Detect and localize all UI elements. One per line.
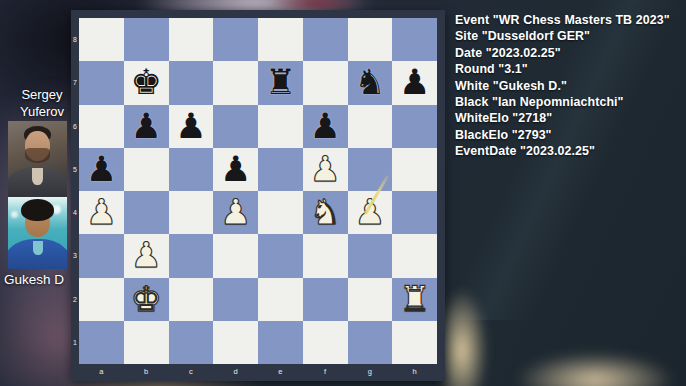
pgn-metadata-panel: Event "WR Chess Masters TB 2023" Site "D…	[455, 12, 683, 160]
file-label-c: c	[169, 364, 214, 381]
pgn-event: Event "WR Chess Masters TB 2023"	[455, 12, 683, 28]
piece-white-rook: ♜	[399, 278, 430, 321]
avatar-beard	[25, 148, 50, 163]
square-h5[interactable]	[392, 148, 437, 191]
player-name-top: Sergey Yuferov	[0, 86, 84, 120]
piece-black-pawn: ♟	[220, 148, 251, 191]
square-a8[interactable]	[79, 18, 124, 61]
rank-label-3: 3	[71, 234, 79, 277]
player-name-top-line1: Sergey	[0, 86, 84, 103]
square-h8[interactable]	[392, 18, 437, 61]
piece-black-rook: ♜	[265, 61, 296, 104]
square-a6[interactable]	[79, 105, 124, 148]
square-b1[interactable]	[124, 321, 169, 364]
file-label-b: b	[124, 364, 169, 381]
square-f6[interactable]: ♟	[303, 105, 348, 148]
piece-black-pawn: ♟	[130, 105, 161, 148]
piece-white-king: ♚	[130, 278, 161, 321]
square-e8[interactable]	[258, 18, 303, 61]
file-label-d: d	[213, 364, 258, 381]
pgn-whiteelo: WhiteElo "2718"	[455, 110, 683, 126]
square-f8[interactable]	[303, 18, 348, 61]
square-d7[interactable]	[213, 61, 258, 104]
square-h2[interactable]: ♜	[392, 278, 437, 321]
file-labels: abcdefgh	[79, 364, 437, 381]
player-photo-top	[8, 121, 67, 197]
pgn-black: Black "Ian Nepomniachtchi"	[455, 94, 683, 110]
square-d5[interactable]: ♟	[213, 148, 258, 191]
square-h7[interactable]: ♟	[392, 61, 437, 104]
square-h4[interactable]	[392, 191, 437, 234]
piece-black-pawn: ♟	[399, 61, 430, 104]
piece-white-pawn: ♟	[130, 234, 161, 277]
file-label-g: g	[348, 364, 393, 381]
square-d6[interactable]	[213, 105, 258, 148]
square-c6[interactable]: ♟	[169, 105, 214, 148]
file-label-e: e	[258, 364, 303, 381]
rank-label-4: 4	[71, 191, 79, 234]
square-g2[interactable]	[348, 278, 393, 321]
rank-labels: 87654321	[71, 18, 79, 364]
square-g5[interactable]	[348, 148, 393, 191]
square-b7[interactable]: ♚	[124, 61, 169, 104]
square-c4[interactable]	[169, 191, 214, 234]
piece-black-king: ♚	[130, 61, 161, 104]
square-c5[interactable]	[169, 148, 214, 191]
rank-label-2: 2	[71, 278, 79, 321]
square-f3[interactable]	[303, 234, 348, 277]
piece-white-pawn: ♟	[86, 191, 117, 234]
square-h3[interactable]	[392, 234, 437, 277]
square-d8[interactable]	[213, 18, 258, 61]
file-label-a: a	[79, 364, 124, 381]
square-e2[interactable]	[258, 278, 303, 321]
square-g7[interactable]: ♞	[348, 61, 393, 104]
avatar-shirt	[33, 241, 43, 255]
square-c2[interactable]	[169, 278, 214, 321]
square-a3[interactable]	[79, 234, 124, 277]
square-f4[interactable]: ♞	[303, 191, 348, 234]
square-a2[interactable]	[79, 278, 124, 321]
square-e3[interactable]	[258, 234, 303, 277]
rank-label-5: 5	[71, 148, 79, 191]
pgn-blackelo: BlackElo "2793"	[455, 127, 683, 143]
square-c8[interactable]	[169, 18, 214, 61]
square-g4[interactable]: ♟	[348, 191, 393, 234]
file-label-f: f	[303, 364, 348, 381]
square-f7[interactable]	[303, 61, 348, 104]
player-name-top-line2: Yuferov	[0, 103, 84, 120]
square-d4[interactable]: ♟	[213, 191, 258, 234]
chess-board: 87654321 ♚♜♞♟♟♟♟♟♟♟♟♟♞♟♟♚♜ abcdefgh	[71, 10, 445, 381]
piece-black-pawn: ♟	[86, 148, 117, 191]
square-h6[interactable]	[392, 105, 437, 148]
square-a1[interactable]	[79, 321, 124, 364]
avatar-background-dot	[11, 211, 18, 218]
piece-black-pawn: ♟	[175, 105, 206, 148]
piece-white-pawn: ♟	[309, 148, 340, 191]
square-b5[interactable]	[124, 148, 169, 191]
square-g3[interactable]	[348, 234, 393, 277]
pgn-round: Round "3.1"	[455, 61, 683, 77]
board-grid: ♚♜♞♟♟♟♟♟♟♟♟♟♞♟♟♚♜	[79, 18, 437, 364]
square-d1[interactable]	[213, 321, 258, 364]
square-e4[interactable]	[258, 191, 303, 234]
square-h1[interactable]	[392, 321, 437, 364]
square-b2[interactable]: ♚	[124, 278, 169, 321]
square-f2[interactable]	[303, 278, 348, 321]
square-b6[interactable]: ♟	[124, 105, 169, 148]
player-name-bottom: Gukesh D	[0, 271, 68, 288]
piece-black-knight: ♞	[354, 61, 385, 104]
rank-label-1: 1	[71, 321, 79, 364]
square-e7[interactable]: ♜	[258, 61, 303, 104]
pgn-white: White "Gukesh D."	[455, 78, 683, 94]
square-c1[interactable]	[169, 321, 214, 364]
square-b4[interactable]	[124, 191, 169, 234]
piece-white-knight: ♞	[309, 191, 340, 234]
square-e1[interactable]	[258, 321, 303, 364]
square-b8[interactable]	[124, 18, 169, 61]
square-f5[interactable]: ♟	[303, 148, 348, 191]
square-a4[interactable]: ♟	[79, 191, 124, 234]
pgn-eventdate: EventDate "2023.02.25"	[455, 143, 683, 159]
square-d3[interactable]	[213, 234, 258, 277]
piece-white-pawn: ♟	[220, 191, 251, 234]
rank-label-8: 8	[71, 18, 79, 61]
pgn-date: Date "2023.02.25"	[455, 45, 683, 61]
player-photo-bottom	[8, 197, 67, 269]
piece-white-pawn: ♟	[354, 191, 385, 234]
square-d2[interactable]	[213, 278, 258, 321]
square-c7[interactable]	[169, 61, 214, 104]
pgn-site: Site "Dusseldorf GER"	[455, 28, 683, 44]
square-e6[interactable]	[258, 105, 303, 148]
video-frame: Sergey Yuferov Gukesh D 87654321 ♚♜♞♟♟♟♟…	[0, 0, 686, 386]
square-a7[interactable]	[79, 61, 124, 104]
square-b3[interactable]: ♟	[124, 234, 169, 277]
square-f1[interactable]	[303, 321, 348, 364]
file-label-h: h	[392, 364, 437, 381]
square-g1[interactable]	[348, 321, 393, 364]
square-g8[interactable]	[348, 18, 393, 61]
square-e5[interactable]	[258, 148, 303, 191]
background-blurred-chess-pieces-bottom	[515, 352, 675, 386]
square-a5[interactable]: ♟	[79, 148, 124, 191]
square-c3[interactable]	[169, 234, 214, 277]
avatar-hair	[21, 199, 54, 221]
square-g6[interactable]	[348, 105, 393, 148]
avatar-shirt	[32, 168, 43, 185]
piece-black-pawn: ♟	[309, 105, 340, 148]
